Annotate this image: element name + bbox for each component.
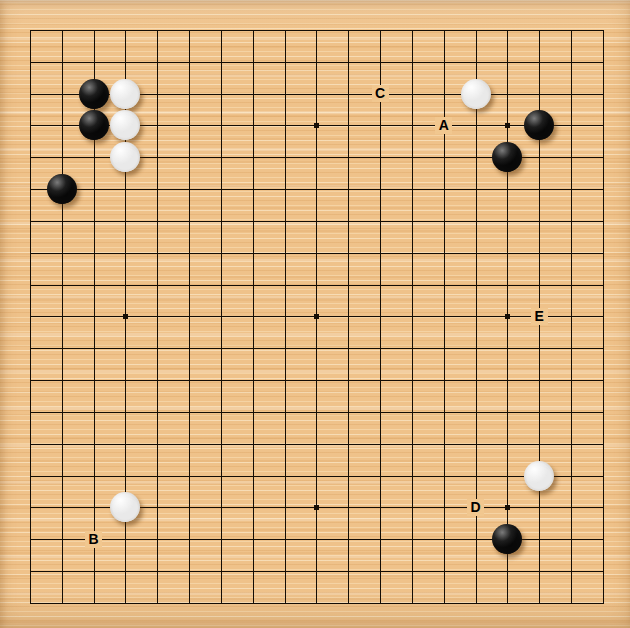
black-stone: ● xyxy=(524,110,554,140)
white-stone: ● xyxy=(524,461,554,491)
move-label-E[interactable]: E xyxy=(531,308,548,325)
star-point xyxy=(505,505,510,510)
white-stone: ● xyxy=(461,79,491,109)
star-point xyxy=(314,123,319,128)
move-label-D[interactable]: D xyxy=(467,499,484,516)
black-stone: ● xyxy=(47,174,77,204)
white-stone: ● xyxy=(110,492,140,522)
board-points: ●●●●●●●●●●●●ABCDE xyxy=(14,14,619,619)
star-point xyxy=(505,123,510,128)
move-label-A[interactable]: A xyxy=(435,117,452,134)
black-stone: ● xyxy=(492,142,522,172)
star-point xyxy=(314,505,319,510)
move-label-B[interactable]: B xyxy=(85,531,102,548)
black-stone: ● xyxy=(492,524,522,554)
black-stone: ● xyxy=(79,110,109,140)
move-label-C[interactable]: C xyxy=(372,85,389,102)
white-stone: ● xyxy=(110,110,140,140)
star-point xyxy=(314,314,319,319)
go-board[interactable]: ●●●●●●●●●●●●ABCDE xyxy=(0,0,630,628)
white-stone: ● xyxy=(110,79,140,109)
black-stone: ● xyxy=(79,79,109,109)
star-point xyxy=(123,314,128,319)
white-stone: ● xyxy=(110,142,140,172)
star-point xyxy=(505,314,510,319)
